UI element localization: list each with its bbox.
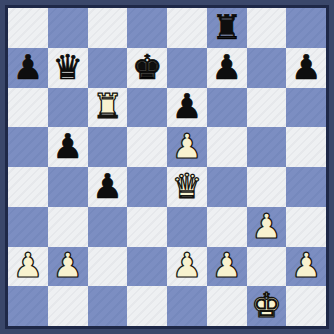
square-e5[interactable]: ♟: [167, 127, 207, 167]
square-e2[interactable]: ♟: [167, 247, 207, 287]
square-c8[interactable]: [88, 8, 128, 48]
square-e7[interactable]: [167, 48, 207, 88]
square-b6[interactable]: [48, 88, 88, 128]
black-pawn-piece[interactable]: ♟: [92, 169, 122, 203]
square-b1[interactable]: [48, 286, 88, 326]
square-b5[interactable]: ♟: [48, 127, 88, 167]
square-e3[interactable]: [167, 207, 207, 247]
square-a5[interactable]: [8, 127, 48, 167]
square-b4[interactable]: [48, 167, 88, 207]
square-c3[interactable]: [88, 207, 128, 247]
black-pawn-piece[interactable]: ♟: [13, 50, 43, 84]
square-e6[interactable]: ♟: [167, 88, 207, 128]
square-c4[interactable]: ♟: [88, 167, 128, 207]
square-h5[interactable]: [286, 127, 326, 167]
square-e4[interactable]: ♛: [167, 167, 207, 207]
square-g5[interactable]: [247, 127, 287, 167]
board-inner-frame: ♜♟♛♚♟♟♜♟♟♟♟♛♟♟♟♟♟♟♚: [5, 5, 329, 329]
board-frame: ♜♟♛♚♟♟♜♟♟♟♟♛♟♟♟♟♟♟♚: [0, 0, 334, 334]
square-g8[interactable]: [247, 8, 287, 48]
black-queen-piece[interactable]: ♛: [52, 50, 82, 84]
square-d8[interactable]: [127, 8, 167, 48]
square-f5[interactable]: [207, 127, 247, 167]
square-c2[interactable]: [88, 247, 128, 287]
square-b7[interactable]: ♛: [48, 48, 88, 88]
square-h3[interactable]: [286, 207, 326, 247]
square-h8[interactable]: [286, 8, 326, 48]
square-d2[interactable]: [127, 247, 167, 287]
white-pawn-piece[interactable]: ♟: [172, 248, 202, 282]
white-queen-piece[interactable]: ♛: [172, 169, 202, 203]
white-pawn-piece[interactable]: ♟: [52, 248, 82, 282]
white-pawn-piece[interactable]: ♟: [172, 129, 202, 163]
square-a3[interactable]: [8, 207, 48, 247]
white-king-piece[interactable]: ♚: [251, 288, 281, 322]
square-a8[interactable]: [8, 8, 48, 48]
square-b2[interactable]: ♟: [48, 247, 88, 287]
square-h6[interactable]: [286, 88, 326, 128]
square-a2[interactable]: ♟: [8, 247, 48, 287]
square-g2[interactable]: [247, 247, 287, 287]
square-f4[interactable]: [207, 167, 247, 207]
square-c1[interactable]: [88, 286, 128, 326]
square-d1[interactable]: [127, 286, 167, 326]
square-a6[interactable]: [8, 88, 48, 128]
square-f7[interactable]: ♟: [207, 48, 247, 88]
square-d3[interactable]: [127, 207, 167, 247]
square-h7[interactable]: ♟: [286, 48, 326, 88]
black-rook-piece[interactable]: ♜: [211, 10, 241, 44]
square-g7[interactable]: [247, 48, 287, 88]
chess-board: ♜♟♛♚♟♟♜♟♟♟♟♛♟♟♟♟♟♟♚: [8, 8, 326, 326]
square-g1[interactable]: ♚: [247, 286, 287, 326]
black-pawn-piece[interactable]: ♟: [211, 50, 241, 84]
black-pawn-piece[interactable]: ♟: [172, 89, 202, 123]
square-e8[interactable]: [167, 8, 207, 48]
white-rook-piece[interactable]: ♜: [92, 89, 122, 123]
square-g3[interactable]: ♟: [247, 207, 287, 247]
square-f3[interactable]: [207, 207, 247, 247]
black-pawn-piece[interactable]: ♟: [52, 129, 82, 163]
square-d7[interactable]: ♚: [127, 48, 167, 88]
square-a4[interactable]: [8, 167, 48, 207]
white-pawn-piece[interactable]: ♟: [13, 248, 43, 282]
square-e1[interactable]: [167, 286, 207, 326]
square-c5[interactable]: [88, 127, 128, 167]
white-pawn-piece[interactable]: ♟: [291, 248, 321, 282]
square-h4[interactable]: [286, 167, 326, 207]
square-a1[interactable]: [8, 286, 48, 326]
square-c7[interactable]: [88, 48, 128, 88]
square-b8[interactable]: [48, 8, 88, 48]
square-d4[interactable]: [127, 167, 167, 207]
square-g6[interactable]: [247, 88, 287, 128]
square-f2[interactable]: ♟: [207, 247, 247, 287]
black-king-piece[interactable]: ♚: [132, 50, 162, 84]
square-h2[interactable]: ♟: [286, 247, 326, 287]
black-pawn-piece[interactable]: ♟: [291, 50, 321, 84]
square-c6[interactable]: ♜: [88, 88, 128, 128]
square-f8[interactable]: ♜: [207, 8, 247, 48]
square-g4[interactable]: [247, 167, 287, 207]
square-d6[interactable]: [127, 88, 167, 128]
square-a7[interactable]: ♟: [8, 48, 48, 88]
square-f6[interactable]: [207, 88, 247, 128]
white-pawn-piece[interactable]: ♟: [211, 248, 241, 282]
square-b3[interactable]: [48, 207, 88, 247]
white-pawn-piece[interactable]: ♟: [251, 209, 281, 243]
square-f1[interactable]: [207, 286, 247, 326]
square-d5[interactable]: [127, 127, 167, 167]
square-h1[interactable]: [286, 286, 326, 326]
